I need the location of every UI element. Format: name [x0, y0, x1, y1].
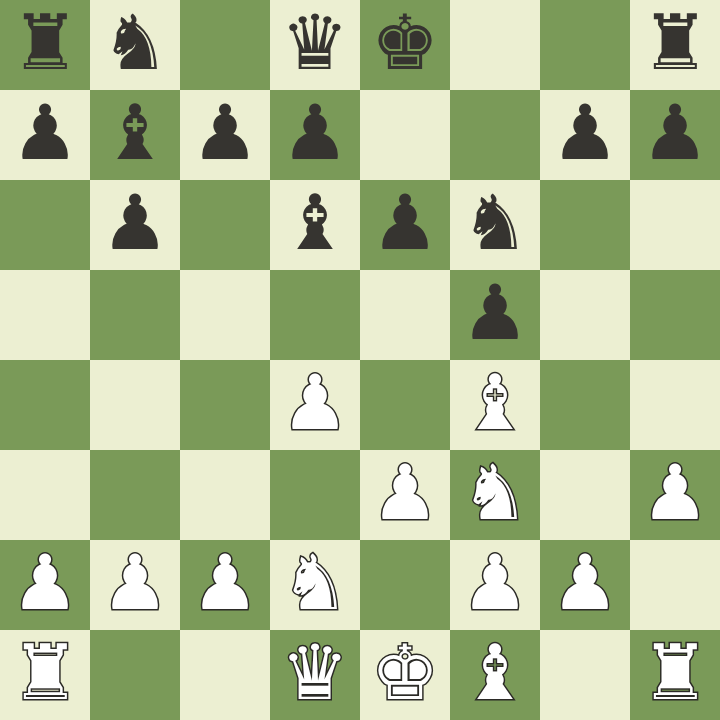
square-c8[interactable]: [180, 0, 270, 90]
piece-black-rook[interactable]: ♜: [11, 0, 79, 88]
square-g6[interactable]: [540, 180, 630, 270]
piece-black-bishop[interactable]: ♝: [101, 88, 169, 178]
square-c3[interactable]: [180, 450, 270, 540]
square-h1[interactable]: ♜: [630, 630, 720, 720]
piece-white-pawn[interactable]: ♟: [641, 448, 709, 538]
piece-white-rook[interactable]: ♜: [641, 628, 709, 718]
square-a6[interactable]: [0, 180, 90, 270]
square-e6[interactable]: ♟: [360, 180, 450, 270]
square-g8[interactable]: [540, 0, 630, 90]
square-d6[interactable]: ♝: [270, 180, 360, 270]
square-e4[interactable]: [360, 360, 450, 450]
piece-black-pawn[interactable]: ♟: [101, 178, 169, 268]
square-a8[interactable]: ♜: [0, 0, 90, 90]
square-f1[interactable]: ♝: [450, 630, 540, 720]
square-e5[interactable]: [360, 270, 450, 360]
square-f4[interactable]: ♝: [450, 360, 540, 450]
square-d3[interactable]: [270, 450, 360, 540]
piece-white-pawn[interactable]: ♟: [461, 538, 529, 628]
piece-black-pawn[interactable]: ♟: [641, 88, 709, 178]
square-f6[interactable]: ♞: [450, 180, 540, 270]
piece-white-king[interactable]: ♚: [371, 628, 439, 718]
piece-black-knight[interactable]: ♞: [101, 0, 169, 88]
square-f3[interactable]: ♞: [450, 450, 540, 540]
square-e1[interactable]: ♚: [360, 630, 450, 720]
square-a5[interactable]: [0, 270, 90, 360]
square-b8[interactable]: ♞: [90, 0, 180, 90]
square-b3[interactable]: [90, 450, 180, 540]
square-h5[interactable]: [630, 270, 720, 360]
square-e2[interactable]: [360, 540, 450, 630]
square-h4[interactable]: [630, 360, 720, 450]
square-d7[interactable]: ♟: [270, 90, 360, 180]
piece-black-pawn[interactable]: ♟: [461, 268, 529, 358]
square-f7[interactable]: [450, 90, 540, 180]
square-g1[interactable]: [540, 630, 630, 720]
square-b7[interactable]: ♝: [90, 90, 180, 180]
square-h2[interactable]: [630, 540, 720, 630]
piece-white-pawn[interactable]: ♟: [371, 448, 439, 538]
square-d1[interactable]: ♛: [270, 630, 360, 720]
square-d2[interactable]: ♞: [270, 540, 360, 630]
square-a3[interactable]: [0, 450, 90, 540]
square-a4[interactable]: [0, 360, 90, 450]
square-a2[interactable]: ♟: [0, 540, 90, 630]
piece-white-pawn[interactable]: ♟: [101, 538, 169, 628]
piece-white-rook[interactable]: ♜: [11, 628, 79, 718]
square-c5[interactable]: [180, 270, 270, 360]
piece-black-pawn[interactable]: ♟: [281, 88, 349, 178]
square-c6[interactable]: [180, 180, 270, 270]
piece-white-pawn[interactable]: ♟: [551, 538, 619, 628]
square-f5[interactable]: ♟: [450, 270, 540, 360]
chess-board: ♜♞♛♚♜♟♝♟♟♟♟♟♝♟♞♟♟♝♟♞♟♟♟♟♞♟♟♜♛♚♝♜: [0, 0, 720, 720]
square-f8[interactable]: [450, 0, 540, 90]
square-e3[interactable]: ♟: [360, 450, 450, 540]
square-h7[interactable]: ♟: [630, 90, 720, 180]
square-h6[interactable]: [630, 180, 720, 270]
piece-black-queen[interactable]: ♛: [281, 0, 349, 88]
square-b2[interactable]: ♟: [90, 540, 180, 630]
piece-black-pawn[interactable]: ♟: [11, 88, 79, 178]
square-d4[interactable]: ♟: [270, 360, 360, 450]
piece-white-knight[interactable]: ♞: [281, 538, 349, 628]
square-g5[interactable]: [540, 270, 630, 360]
piece-black-rook[interactable]: ♜: [641, 0, 709, 88]
piece-white-pawn[interactable]: ♟: [191, 538, 259, 628]
square-c1[interactable]: [180, 630, 270, 720]
square-c2[interactable]: ♟: [180, 540, 270, 630]
piece-black-king[interactable]: ♚: [371, 0, 439, 88]
square-h8[interactable]: ♜: [630, 0, 720, 90]
square-d8[interactable]: ♛: [270, 0, 360, 90]
piece-black-bishop[interactable]: ♝: [281, 178, 349, 268]
piece-black-pawn[interactable]: ♟: [191, 88, 259, 178]
square-c4[interactable]: [180, 360, 270, 450]
piece-white-pawn[interactable]: ♟: [281, 358, 349, 448]
square-b5[interactable]: [90, 270, 180, 360]
piece-white-bishop[interactable]: ♝: [461, 628, 529, 718]
square-e8[interactable]: ♚: [360, 0, 450, 90]
square-a1[interactable]: ♜: [0, 630, 90, 720]
square-a7[interactable]: ♟: [0, 90, 90, 180]
square-c7[interactable]: ♟: [180, 90, 270, 180]
piece-black-pawn[interactable]: ♟: [371, 178, 439, 268]
piece-white-pawn[interactable]: ♟: [11, 538, 79, 628]
piece-white-knight[interactable]: ♞: [461, 448, 529, 538]
square-h3[interactable]: ♟: [630, 450, 720, 540]
piece-white-bishop[interactable]: ♝: [461, 358, 529, 448]
square-g4[interactable]: [540, 360, 630, 450]
piece-white-queen[interactable]: ♛: [281, 628, 349, 718]
square-d5[interactable]: [270, 270, 360, 360]
square-f2[interactable]: ♟: [450, 540, 540, 630]
square-b1[interactable]: [90, 630, 180, 720]
square-b6[interactable]: ♟: [90, 180, 180, 270]
piece-black-pawn[interactable]: ♟: [551, 88, 619, 178]
square-b4[interactable]: [90, 360, 180, 450]
piece-black-knight[interactable]: ♞: [461, 178, 529, 268]
square-e7[interactable]: [360, 90, 450, 180]
square-g3[interactable]: [540, 450, 630, 540]
square-g2[interactable]: ♟: [540, 540, 630, 630]
square-g7[interactable]: ♟: [540, 90, 630, 180]
